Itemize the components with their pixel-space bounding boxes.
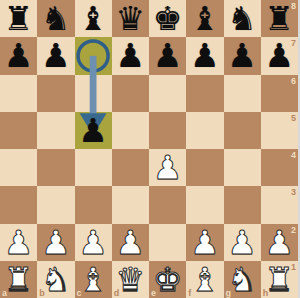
square-c2[interactable]: ♟ — [75, 224, 112, 261]
square-h2[interactable]: 2♟ — [261, 224, 298, 261]
square-f2[interactable]: ♟ — [186, 224, 223, 261]
piece-black-rook[interactable]: ♜ — [261, 0, 298, 37]
piece-black-knight[interactable]: ♞ — [224, 0, 261, 37]
piece-black-bishop[interactable]: ♝ — [75, 0, 112, 37]
piece-black-pawn[interactable]: ♟ — [75, 112, 112, 149]
square-d6[interactable] — [112, 75, 149, 112]
square-a3[interactable] — [0, 186, 37, 223]
square-b1[interactable]: b♞ — [37, 261, 74, 298]
square-d2[interactable]: ♟ — [112, 224, 149, 261]
square-c1[interactable]: c♝ — [75, 261, 112, 298]
rank-label-5: 5 — [291, 113, 296, 123]
piece-white-knight[interactable]: ♞ — [224, 261, 261, 298]
square-g1[interactable]: g♞ — [224, 261, 261, 298]
square-d4[interactable] — [112, 149, 149, 186]
square-f5[interactable] — [186, 112, 223, 149]
square-f3[interactable] — [186, 186, 223, 223]
square-f1[interactable]: f♝ — [186, 261, 223, 298]
square-g4[interactable] — [224, 149, 261, 186]
square-b2[interactable]: ♟ — [37, 224, 74, 261]
piece-black-pawn[interactable]: ♟ — [186, 37, 223, 74]
board: ♜♞♝♛♚♝♞8♜♟♟♟♟♟♟7♟6♟5♟43♟♟♟♟♟♟2♟a♜b♞c♝d♛e… — [0, 0, 298, 298]
piece-black-pawn[interactable]: ♟ — [0, 37, 37, 74]
square-e6[interactable] — [149, 75, 186, 112]
square-c8[interactable]: ♝ — [75, 0, 112, 37]
piece-white-pawn[interactable]: ♟ — [186, 224, 223, 261]
piece-white-bishop[interactable]: ♝ — [75, 261, 112, 298]
square-c3[interactable] — [75, 186, 112, 223]
piece-white-pawn[interactable]: ♟ — [112, 224, 149, 261]
square-d1[interactable]: d♛ — [112, 261, 149, 298]
square-c4[interactable] — [75, 149, 112, 186]
square-h7[interactable]: 7♟ — [261, 37, 298, 74]
square-g8[interactable]: ♞ — [224, 0, 261, 37]
square-c7[interactable] — [75, 37, 112, 74]
square-c6[interactable] — [75, 75, 112, 112]
square-f4[interactable] — [186, 149, 223, 186]
square-a8[interactable]: ♜ — [0, 0, 37, 37]
square-e8[interactable]: ♚ — [149, 0, 186, 37]
square-a1[interactable]: a♜ — [0, 261, 37, 298]
square-b5[interactable] — [37, 112, 74, 149]
square-a4[interactable] — [0, 149, 37, 186]
square-e5[interactable] — [149, 112, 186, 149]
piece-white-pawn[interactable]: ♟ — [224, 224, 261, 261]
piece-black-rook[interactable]: ♜ — [0, 0, 37, 37]
piece-black-pawn[interactable]: ♟ — [224, 37, 261, 74]
square-e7[interactable]: ♟ — [149, 37, 186, 74]
piece-black-pawn[interactable]: ♟ — [112, 37, 149, 74]
piece-white-queen[interactable]: ♛ — [112, 261, 149, 298]
square-g7[interactable]: ♟ — [224, 37, 261, 74]
square-a5[interactable] — [0, 112, 37, 149]
square-a6[interactable] — [0, 75, 37, 112]
piece-white-pawn[interactable]: ♟ — [75, 224, 112, 261]
square-d8[interactable]: ♛ — [112, 0, 149, 37]
square-e2[interactable] — [149, 224, 186, 261]
square-h5[interactable]: 5 — [261, 112, 298, 149]
square-g6[interactable] — [224, 75, 261, 112]
square-h3[interactable]: 3 — [261, 186, 298, 223]
square-f6[interactable] — [186, 75, 223, 112]
square-g2[interactable]: ♟ — [224, 224, 261, 261]
piece-white-pawn[interactable]: ♟ — [149, 149, 186, 186]
square-h6[interactable]: 6 — [261, 75, 298, 112]
piece-black-pawn[interactable]: ♟ — [261, 37, 298, 74]
piece-black-king[interactable]: ♚ — [149, 0, 186, 37]
piece-white-bishop[interactable]: ♝ — [186, 261, 223, 298]
piece-white-pawn[interactable]: ♟ — [37, 224, 74, 261]
piece-black-pawn[interactable]: ♟ — [149, 37, 186, 74]
square-b7[interactable]: ♟ — [37, 37, 74, 74]
piece-white-pawn[interactable]: ♟ — [261, 224, 298, 261]
square-b6[interactable] — [37, 75, 74, 112]
square-b3[interactable] — [37, 186, 74, 223]
square-d7[interactable]: ♟ — [112, 37, 149, 74]
square-g5[interactable] — [224, 112, 261, 149]
square-e3[interactable] — [149, 186, 186, 223]
rank-label-3: 3 — [291, 187, 296, 197]
square-c5[interactable]: ♟ — [75, 112, 112, 149]
square-f8[interactable]: ♝ — [186, 0, 223, 37]
rank-label-4: 4 — [291, 150, 296, 160]
piece-white-pawn[interactable]: ♟ — [0, 224, 37, 261]
piece-black-pawn[interactable]: ♟ — [37, 37, 74, 74]
square-d3[interactable] — [112, 186, 149, 223]
piece-white-rook[interactable]: ♜ — [0, 261, 37, 298]
piece-white-rook[interactable]: ♜ — [261, 261, 298, 298]
rank-label-6: 6 — [291, 76, 296, 86]
square-b4[interactable] — [37, 149, 74, 186]
square-h8[interactable]: 8♜ — [261, 0, 298, 37]
square-b8[interactable]: ♞ — [37, 0, 74, 37]
piece-black-knight[interactable]: ♞ — [37, 0, 74, 37]
piece-white-king[interactable]: ♚ — [149, 261, 186, 298]
square-a7[interactable]: ♟ — [0, 37, 37, 74]
square-f7[interactable]: ♟ — [186, 37, 223, 74]
square-h1[interactable]: 1h♜ — [261, 261, 298, 298]
piece-white-knight[interactable]: ♞ — [37, 261, 74, 298]
square-d5[interactable] — [112, 112, 149, 149]
chess-board-wrap: ♜♞♝♛♚♝♞8♜♟♟♟♟♟♟7♟6♟5♟43♟♟♟♟♟♟2♟a♜b♞c♝d♛e… — [0, 0, 298, 298]
square-e4[interactable]: ♟ — [149, 149, 186, 186]
piece-black-queen[interactable]: ♛ — [112, 0, 149, 37]
square-h4[interactable]: 4 — [261, 149, 298, 186]
square-a2[interactable]: ♟ — [0, 224, 37, 261]
square-e1[interactable]: e♚ — [149, 261, 186, 298]
piece-black-bishop[interactable]: ♝ — [186, 0, 223, 37]
square-g3[interactable] — [224, 186, 261, 223]
